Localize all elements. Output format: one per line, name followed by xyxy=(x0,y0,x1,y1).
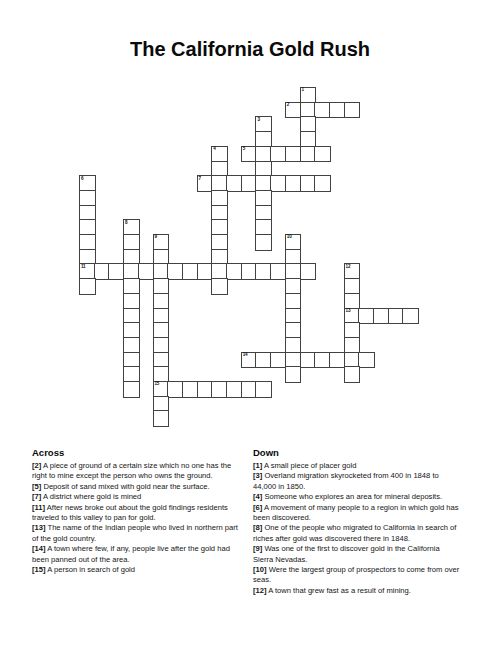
grid-cell[interactable] xyxy=(154,264,169,279)
grid-cell[interactable] xyxy=(124,264,139,279)
clue-item: [15] A person in search of gold xyxy=(32,565,260,575)
grid-cell[interactable] xyxy=(359,309,374,324)
clue-number: [2] xyxy=(32,461,41,470)
grid-cell[interactable] xyxy=(154,323,169,338)
grid-cell[interactable] xyxy=(315,353,330,368)
clue-item: [7] A district where gold is mined xyxy=(32,492,260,502)
grid-cell[interactable] xyxy=(124,338,139,353)
grid-cell[interactable] xyxy=(286,279,301,294)
grid-cell[interactable] xyxy=(271,176,286,191)
grid-cell[interactable] xyxy=(286,309,301,324)
clue-number: [9] xyxy=(253,544,262,553)
grid-cell[interactable] xyxy=(286,323,301,338)
grid-cell[interactable] xyxy=(212,264,227,279)
clue-number: [8] xyxy=(253,523,262,532)
grid-cell[interactable] xyxy=(109,264,124,279)
grid-cell[interactable] xyxy=(227,382,242,397)
crossword-grid: 123456789101112131415 xyxy=(80,88,420,428)
cell-number: 9 xyxy=(155,235,157,240)
clue-number: [6] xyxy=(253,503,262,512)
grid-cell[interactable] xyxy=(256,147,271,162)
grid-cell[interactable] xyxy=(286,294,301,309)
grid-cell[interactable] xyxy=(154,353,169,368)
cell-number: 11 xyxy=(81,265,85,270)
grid-cell[interactable] xyxy=(154,397,169,412)
grid-cell[interactable] xyxy=(256,220,271,235)
grid-cell[interactable]: 2 xyxy=(286,103,301,118)
grid-cell[interactable] xyxy=(124,367,139,382)
clue-item: [5] Deposit of sand mixed with gold near… xyxy=(32,482,260,492)
grid-cell[interactable] xyxy=(124,323,139,338)
grid-cell[interactable] xyxy=(124,279,139,294)
down-clues-column: Down [1] A small piece of placer gold[3]… xyxy=(253,448,495,596)
across-clue-list: [2] A piece of ground of a certain size … xyxy=(32,461,260,575)
clue-number: [15] xyxy=(32,565,46,574)
cell-number: 14 xyxy=(243,353,248,358)
grid-cell[interactable] xyxy=(242,264,257,279)
grid-cell[interactable] xyxy=(301,103,316,118)
grid-cell[interactable] xyxy=(286,147,301,162)
grid-cell[interactable] xyxy=(301,117,316,132)
grid-cell[interactable] xyxy=(256,264,271,279)
grid-cell[interactable]: 5 xyxy=(242,147,257,162)
grid-cell[interactable]: 12 xyxy=(345,264,360,279)
cell-number: 15 xyxy=(155,382,160,387)
clue-number: [5] xyxy=(32,482,41,491)
grid-cell[interactable] xyxy=(212,191,227,206)
grid-cell[interactable] xyxy=(154,338,169,353)
grid-cell[interactable] xyxy=(227,264,242,279)
grid-cell[interactable]: 8 xyxy=(124,220,139,235)
grid-cell[interactable]: 10 xyxy=(286,235,301,250)
clue-number: [12] xyxy=(253,586,267,595)
crossword-worksheet: The California Gold Rush 123456789101112… xyxy=(0,0,500,647)
grid-cell[interactable] xyxy=(256,162,271,177)
grid-cell[interactable] xyxy=(80,206,95,221)
grid-cell[interactable]: 11 xyxy=(80,264,95,279)
grid-cell[interactable] xyxy=(124,353,139,368)
clue-item: [4] Someone who explores an area for min… xyxy=(253,492,495,502)
grid-cell[interactable] xyxy=(139,264,154,279)
grid-cell[interactable] xyxy=(183,264,198,279)
clue-number: [11] xyxy=(32,503,45,512)
clue-number: [4] xyxy=(253,492,262,501)
grid-cell[interactable] xyxy=(212,382,227,397)
grid-cell[interactable] xyxy=(345,294,360,309)
grid-cell[interactable] xyxy=(301,353,316,368)
across-header: Across xyxy=(32,448,260,458)
grid-cell[interactable] xyxy=(80,279,95,294)
puzzle-title: The California Gold Rush xyxy=(0,38,500,61)
grid-cell[interactable] xyxy=(374,309,389,324)
grid-cell[interactable] xyxy=(330,103,345,118)
grid-cell[interactable] xyxy=(212,176,227,191)
down-header: Down xyxy=(253,448,495,458)
cell-number: 4 xyxy=(213,147,215,152)
grid-cell[interactable]: 3 xyxy=(256,117,271,132)
grid-cell[interactable] xyxy=(124,382,139,397)
clue-number: [13] xyxy=(32,523,46,532)
grid-cell[interactable] xyxy=(212,206,227,221)
grid-cell[interactable] xyxy=(330,353,345,368)
cell-number: 10 xyxy=(287,235,292,240)
cell-number: 13 xyxy=(346,309,351,314)
clue-item: [3] Overland migration skyrocketed from … xyxy=(253,471,495,492)
grid-cell[interactable] xyxy=(124,309,139,324)
grid-cell[interactable] xyxy=(212,250,227,265)
grid-cell[interactable] xyxy=(271,264,286,279)
grid-cell[interactable] xyxy=(271,147,286,162)
clue-item: [10] Were the largest group of prospecto… xyxy=(253,565,495,586)
grid-cell[interactable] xyxy=(345,338,360,353)
clue-item: [8] One of the people who migrated to Ca… xyxy=(253,523,495,544)
clue-item: [12] A town that grew fast as a result o… xyxy=(253,586,495,596)
grid-cell[interactable] xyxy=(345,279,360,294)
grid-cell[interactable] xyxy=(256,191,271,206)
grid-cell[interactable] xyxy=(154,411,169,426)
grid-cell[interactable] xyxy=(256,353,271,368)
clue-number: [1] xyxy=(253,461,262,470)
grid-cell[interactable] xyxy=(80,235,95,250)
grid-cell[interactable] xyxy=(227,176,242,191)
grid-cell[interactable] xyxy=(359,353,374,368)
grid-cell[interactable] xyxy=(80,250,95,265)
grid-cell[interactable] xyxy=(315,103,330,118)
grid-cell[interactable] xyxy=(198,264,213,279)
cell-number: 12 xyxy=(346,265,351,270)
grid-cell[interactable]: 7 xyxy=(198,176,213,191)
grid-cell[interactable] xyxy=(345,103,360,118)
grid-cell[interactable] xyxy=(212,279,227,294)
grid-cell[interactable] xyxy=(256,235,271,250)
grid-cell[interactable] xyxy=(315,176,330,191)
grid-cell[interactable]: 9 xyxy=(154,235,169,250)
grid-cell[interactable] xyxy=(256,176,271,191)
grid-cell[interactable] xyxy=(124,235,139,250)
grid-cell[interactable] xyxy=(168,382,183,397)
grid-cell[interactable] xyxy=(80,191,95,206)
clue-item: [6] A movement of many people to a regio… xyxy=(253,503,495,524)
cell-number: 6 xyxy=(81,177,83,182)
clue-item: [11] After news broke out about the gold… xyxy=(32,503,260,524)
grid-cell[interactable] xyxy=(124,250,139,265)
grid-cell[interactable]: 4 xyxy=(212,147,227,162)
grid-cell[interactable] xyxy=(212,220,227,235)
grid-cell[interactable] xyxy=(154,309,169,324)
clue-number: [3] xyxy=(253,471,262,480)
grid-cell[interactable] xyxy=(286,264,301,279)
grid-cell[interactable] xyxy=(256,206,271,221)
grid-cell[interactable] xyxy=(198,382,213,397)
grid-cell[interactable] xyxy=(271,353,286,368)
grid-cell[interactable] xyxy=(183,382,198,397)
grid-cell[interactable] xyxy=(80,220,95,235)
grid-cell[interactable] xyxy=(403,309,418,324)
grid-cell[interactable] xyxy=(212,235,227,250)
cell-number: 2 xyxy=(287,103,289,108)
grid-cell[interactable] xyxy=(154,294,169,309)
grid-cell[interactable]: 1 xyxy=(301,88,316,103)
grid-cell[interactable] xyxy=(242,382,257,397)
grid-cell[interactable] xyxy=(301,176,316,191)
grid-cell[interactable]: 13 xyxy=(345,309,360,324)
clue-item: [13] The name of the Indian people who l… xyxy=(32,523,260,544)
grid-cell[interactable] xyxy=(301,147,316,162)
grid-cell[interactable] xyxy=(286,367,301,382)
grid-cell[interactable] xyxy=(168,264,183,279)
grid-cell[interactable] xyxy=(124,294,139,309)
cell-number: 5 xyxy=(243,147,245,152)
grid-cell[interactable] xyxy=(345,323,360,338)
grid-cell[interactable]: 14 xyxy=(242,353,257,368)
clue-item: [1] A small piece of placer gold xyxy=(253,461,495,471)
clue-item: [2] A piece of ground of a certain size … xyxy=(32,461,260,482)
clue-number: [7] xyxy=(32,492,41,501)
cell-number: 7 xyxy=(199,177,201,182)
grid-cell[interactable] xyxy=(286,250,301,265)
down-clue-list: [1] A small piece of placer gold[3] Over… xyxy=(253,461,495,596)
grid-cell[interactable] xyxy=(256,132,271,147)
clue-item: [9] Was one of the first to discover gol… xyxy=(253,544,495,565)
grid-cell[interactable] xyxy=(256,382,271,397)
grid-cell[interactable] xyxy=(154,279,169,294)
grid-cell[interactable] xyxy=(345,353,360,368)
grid-cell[interactable] xyxy=(95,264,110,279)
grid-cell[interactable] xyxy=(315,147,330,162)
grid-cell[interactable] xyxy=(286,176,301,191)
grid-cell[interactable] xyxy=(286,353,301,368)
cell-number: 3 xyxy=(257,118,259,123)
clue-number: [14] xyxy=(32,544,46,553)
cell-number: 8 xyxy=(125,221,127,226)
grid-cell[interactable] xyxy=(345,367,360,382)
grid-cell[interactable] xyxy=(286,338,301,353)
clue-item: [14] A town where few, if any, people li… xyxy=(32,544,260,565)
grid-cell[interactable] xyxy=(301,264,316,279)
grid-cell[interactable] xyxy=(301,132,316,147)
cell-number: 1 xyxy=(302,88,304,93)
grid-cell[interactable]: 6 xyxy=(80,176,95,191)
grid-cell[interactable] xyxy=(242,176,257,191)
grid-cell[interactable] xyxy=(154,367,169,382)
across-clues-column: Across [2] A piece of ground of a certai… xyxy=(32,448,260,575)
grid-cell[interactable] xyxy=(212,162,227,177)
grid-cell[interactable] xyxy=(154,250,169,265)
grid-cell[interactable]: 15 xyxy=(154,382,169,397)
clue-number: [10] xyxy=(253,565,267,574)
grid-cell[interactable] xyxy=(389,309,404,324)
